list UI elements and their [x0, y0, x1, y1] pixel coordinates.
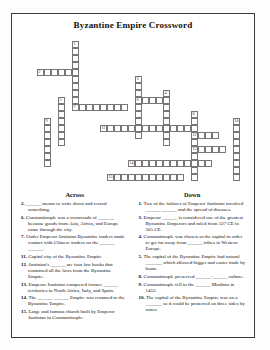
grid-cell[interactable]: [233, 153, 240, 160]
empty-cell: [142, 69, 149, 76]
empty-cell: [79, 83, 86, 90]
empty-cell: [100, 174, 107, 181]
grid-cell[interactable]: 12: [191, 132, 198, 139]
empty-cell: [142, 41, 149, 48]
empty-cell: [212, 160, 219, 167]
empty-cell: [79, 97, 86, 104]
empty-cell: [30, 41, 37, 48]
empty-cell: [121, 132, 128, 139]
empty-cell: [156, 62, 163, 69]
grid-cell[interactable]: [72, 55, 79, 62]
grid-cell[interactable]: 9: [44, 118, 51, 125]
empty-cell: [233, 90, 240, 97]
empty-cell: [30, 146, 37, 153]
empty-cell: [212, 62, 219, 69]
empty-cell: [191, 83, 198, 90]
empty-cell: [65, 41, 72, 48]
empty-cell: [198, 41, 205, 48]
clue-number: 6: [137, 98, 139, 102]
empty-cell: [107, 146, 114, 153]
grid-cell[interactable]: [156, 174, 163, 181]
empty-cell: [184, 146, 191, 153]
empty-cell: [114, 76, 121, 83]
empty-cell: [93, 111, 100, 118]
empty-cell: [51, 97, 58, 104]
empty-cell: [156, 48, 163, 55]
empty-cell: [226, 76, 233, 83]
grid-cell[interactable]: [135, 132, 142, 139]
grid-cell[interactable]: [198, 146, 205, 153]
grid-cell[interactable]: [72, 97, 79, 104]
empty-cell: [135, 62, 142, 69]
empty-cell: [114, 69, 121, 76]
grid-cell[interactable]: [170, 160, 177, 167]
grid-cell[interactable]: [233, 174, 240, 181]
across-header: Across: [21, 191, 129, 198]
grid-cell[interactable]: [170, 125, 177, 132]
grid-cell[interactable]: [170, 174, 177, 181]
grid-cell[interactable]: [65, 69, 72, 76]
empty-cell: [156, 132, 163, 139]
empty-cell: [177, 139, 184, 146]
empty-cell: [65, 167, 72, 174]
empty-cell: [170, 69, 177, 76]
empty-cell: [86, 111, 93, 118]
grid-cell[interactable]: [205, 146, 212, 153]
grid-cell[interactable]: [142, 174, 149, 181]
grid-cell[interactable]: [72, 69, 79, 76]
clue-number: 5: [60, 98, 62, 102]
clue-item-text: Under Emperor Justinian Byzantine trader…: [26, 234, 125, 251]
empty-cell: [79, 55, 86, 62]
grid-cell[interactable]: 6: [135, 97, 142, 104]
grid-cell[interactable]: 5: [58, 97, 65, 104]
empty-cell: [226, 146, 233, 153]
grid-cell[interactable]: [135, 104, 142, 111]
grid-cell[interactable]: [163, 104, 170, 111]
empty-cell: [135, 69, 142, 76]
empty-cell: [121, 62, 128, 69]
grid-cell[interactable]: [142, 97, 149, 104]
grid-cell[interactable]: [191, 139, 198, 146]
empty-cell: [170, 97, 177, 104]
empty-cell: [44, 83, 51, 90]
grid-cell[interactable]: [135, 83, 142, 90]
empty-cell: [86, 69, 93, 76]
grid-cell[interactable]: 15: [107, 174, 114, 181]
grid-cell[interactable]: [177, 174, 184, 181]
empty-cell: [79, 153, 86, 160]
empty-cell: [156, 118, 163, 125]
grid-cell[interactable]: [44, 160, 51, 167]
empty-cell: [226, 160, 233, 167]
clue-number: 7: [74, 105, 76, 109]
grid-cell[interactable]: [114, 174, 121, 181]
grid-cell[interactable]: [163, 111, 170, 118]
empty-cell: [37, 111, 44, 118]
empty-cell: [58, 41, 65, 48]
empty-cell: [177, 76, 184, 83]
empty-cell: [212, 90, 219, 97]
empty-cell: [128, 62, 135, 69]
grid-cell[interactable]: [142, 160, 149, 167]
empty-cell: [65, 62, 72, 69]
grid-cell[interactable]: [191, 125, 198, 132]
grid-cell[interactable]: [191, 153, 198, 160]
grid-cell[interactable]: [135, 125, 142, 132]
empty-cell: [58, 174, 65, 181]
grid-cell[interactable]: [72, 76, 79, 83]
grid-cell[interactable]: [163, 97, 170, 104]
clue-number: 15: [109, 175, 113, 179]
empty-cell: [205, 55, 212, 62]
empty-cell: [177, 41, 184, 48]
grid-cell[interactable]: [233, 132, 240, 139]
empty-cell: [79, 90, 86, 97]
grid-cell[interactable]: [135, 90, 142, 97]
empty-cell: [114, 139, 121, 146]
grid-cell[interactable]: [107, 125, 114, 132]
empty-cell: [72, 160, 79, 167]
empty-cell: [205, 125, 212, 132]
empty-cell: [205, 97, 212, 104]
empty-cell: [163, 83, 170, 90]
grid-cell[interactable]: [58, 111, 65, 118]
empty-cell: [170, 167, 177, 174]
empty-cell: [219, 48, 226, 55]
grid-cell[interactable]: [149, 174, 156, 181]
grid-cell[interactable]: [156, 160, 163, 167]
grid-cell[interactable]: [121, 104, 128, 111]
empty-cell: [233, 104, 240, 111]
empty-cell: [107, 97, 114, 104]
empty-cell: [198, 69, 205, 76]
grid-cell[interactable]: [184, 125, 191, 132]
empty-cell: [142, 153, 149, 160]
empty-cell: [100, 167, 107, 174]
empty-cell: [100, 90, 107, 97]
clue-item-number: 15.: [21, 309, 29, 314]
grid-cell[interactable]: 2: [37, 69, 44, 76]
clue-number: 10: [235, 119, 239, 123]
empty-cell: [156, 55, 163, 62]
empty-cell: [149, 104, 156, 111]
empty-cell: [37, 153, 44, 160]
down-header: Down: [139, 191, 247, 198]
grid-cell[interactable]: [233, 125, 240, 132]
grid-cell[interactable]: [114, 104, 121, 111]
empty-cell: [65, 160, 72, 167]
grid-cell[interactable]: [135, 118, 142, 125]
empty-cell: [93, 167, 100, 174]
empty-cell: [93, 41, 100, 48]
grid-cell[interactable]: [163, 118, 170, 125]
grid-cell[interactable]: [58, 104, 65, 111]
grid-cell[interactable]: [121, 174, 128, 181]
grid-cell[interactable]: [149, 97, 156, 104]
empty-cell: [184, 48, 191, 55]
empty-cell: [37, 62, 44, 69]
empty-cell: [51, 139, 58, 146]
empty-cell: [212, 125, 219, 132]
grid-cell[interactable]: [191, 174, 198, 181]
grid-cell[interactable]: [135, 160, 142, 167]
grid-cell[interactable]: [142, 125, 149, 132]
grid-cell[interactable]: [163, 132, 170, 139]
grid-cell[interactable]: [198, 160, 205, 167]
empty-cell: [226, 167, 233, 174]
grid-cell[interactable]: [44, 153, 51, 160]
empty-cell: [163, 76, 170, 83]
empty-cell: [184, 174, 191, 181]
empty-cell: [121, 160, 128, 167]
grid-cell[interactable]: [58, 69, 65, 76]
down-list: 1. Two of the failures of Emperor Justin…: [139, 201, 247, 313]
empty-cell: [100, 146, 107, 153]
empty-cell: [149, 62, 156, 69]
grid-cell[interactable]: [44, 139, 51, 146]
clue-number: 8: [193, 112, 195, 116]
empty-cell: [93, 139, 100, 146]
empty-cell: [226, 48, 233, 55]
empty-cell: [79, 62, 86, 69]
empty-cell: [184, 167, 191, 174]
clue-number: 3: [137, 77, 139, 81]
grid-cell[interactable]: [212, 146, 219, 153]
grid-cell[interactable]: [177, 160, 184, 167]
grid-cell[interactable]: [198, 132, 205, 139]
grid-cell[interactable]: [233, 139, 240, 146]
empty-cell: [114, 160, 121, 167]
empty-cell: [170, 90, 177, 97]
grid-cell[interactable]: [72, 48, 79, 55]
empty-cell: [149, 76, 156, 83]
empty-cell: [198, 111, 205, 118]
empty-cell: [184, 153, 191, 160]
grid-cell[interactable]: [107, 104, 114, 111]
empty-cell: [44, 76, 51, 83]
empty-cell: [37, 167, 44, 174]
empty-cell: [37, 174, 44, 181]
empty-cell: [170, 55, 177, 62]
empty-cell: [114, 62, 121, 69]
empty-cell: [219, 69, 226, 76]
grid-cell[interactable]: [149, 160, 156, 167]
grid-cell[interactable]: [163, 139, 170, 146]
empty-cell: [142, 55, 149, 62]
empty-cell: [142, 48, 149, 55]
grid-cell[interactable]: [44, 146, 51, 153]
empty-cell: [79, 41, 86, 48]
empty-cell: [149, 48, 156, 55]
empty-cell: [142, 118, 149, 125]
empty-cell: [184, 139, 191, 146]
empty-cell: [177, 111, 184, 118]
grid-cell[interactable]: [191, 118, 198, 125]
grid-cell[interactable]: [135, 174, 142, 181]
empty-cell: [37, 55, 44, 62]
empty-cell: [37, 41, 44, 48]
empty-cell: [219, 90, 226, 97]
empty-cell: [93, 90, 100, 97]
empty-cell: [184, 104, 191, 111]
grid-cell[interactable]: [58, 139, 65, 146]
empty-cell: [86, 41, 93, 48]
grid-cell[interactable]: [58, 132, 65, 139]
grid-cell[interactable]: [58, 125, 65, 132]
empty-cell: [128, 132, 135, 139]
grid-cell[interactable]: 3: [135, 76, 142, 83]
grid-cell[interactable]: 11: [100, 125, 107, 132]
empty-cell: [51, 111, 58, 118]
grid-cell[interactable]: [72, 83, 79, 90]
empty-cell: [226, 125, 233, 132]
empty-cell: [205, 69, 212, 76]
empty-cell: [100, 76, 107, 83]
empty-cell: [51, 48, 58, 55]
grid-cell[interactable]: [177, 125, 184, 132]
empty-cell: [177, 62, 184, 69]
grid-cell[interactable]: 10: [233, 118, 240, 125]
grid-cell[interactable]: [51, 69, 58, 76]
empty-cell: [114, 48, 121, 55]
grid-cell[interactable]: 7: [72, 104, 79, 111]
grid-cell[interactable]: [191, 167, 198, 174]
empty-cell: [121, 90, 128, 97]
clue-item-text: The capital of the Byzantine Empire was …: [146, 295, 245, 312]
grid-cell[interactable]: [72, 90, 79, 97]
empty-cell: [212, 41, 219, 48]
clue-item-text: Constantinople preserved ______-______ c…: [144, 274, 244, 279]
empty-cell: [79, 125, 86, 132]
empty-cell: [184, 55, 191, 62]
grid-cell[interactable]: [100, 104, 107, 111]
empty-cell: [163, 55, 170, 62]
grid-cell[interactable]: [163, 125, 170, 132]
empty-cell: [135, 139, 142, 146]
empty-cell: [219, 55, 226, 62]
empty-cell: [177, 55, 184, 62]
grid-cell[interactable]: [121, 125, 128, 132]
empty-cell: [212, 167, 219, 174]
empty-cell: [198, 97, 205, 104]
grid-cell[interactable]: [163, 160, 170, 167]
grid-cell[interactable]: [219, 146, 226, 153]
empty-cell: [226, 55, 233, 62]
grid-cell[interactable]: [191, 160, 198, 167]
empty-cell: [163, 167, 170, 174]
empty-cell: [72, 125, 79, 132]
empty-cell: [219, 83, 226, 90]
empty-cell: [37, 48, 44, 55]
empty-cell: [107, 160, 114, 167]
empty-cell: [65, 132, 72, 139]
empty-cell: [107, 69, 114, 76]
empty-cell: [128, 111, 135, 118]
empty-cell: [86, 160, 93, 167]
empty-cell: [37, 146, 44, 153]
grid-cell[interactable]: [114, 125, 121, 132]
empty-cell: [86, 132, 93, 139]
grid-cell[interactable]: 1: [72, 41, 79, 48]
grid-cell[interactable]: 8: [191, 111, 198, 118]
empty-cell: [51, 118, 58, 125]
empty-cell: [58, 153, 65, 160]
grid-cell[interactable]: [128, 174, 135, 181]
grid-cell[interactable]: [128, 125, 135, 132]
grid-cell[interactable]: [79, 104, 86, 111]
clue-item-text: The capital of the Byzantine Empire had …: [144, 254, 246, 271]
grid-cell[interactable]: [135, 111, 142, 118]
empty-cell: [177, 48, 184, 55]
grid-cell[interactable]: [212, 132, 219, 139]
empty-cell: [156, 83, 163, 90]
empty-cell: [100, 132, 107, 139]
empty-cell: [156, 111, 163, 118]
empty-cell: [37, 97, 44, 104]
clue-item-text: Two of the failures of Emperor Justinian…: [144, 201, 244, 212]
grid-cell[interactable]: [149, 125, 156, 132]
grid-cell[interactable]: [156, 97, 163, 104]
grid-cell[interactable]: [44, 69, 51, 76]
empty-cell: [149, 111, 156, 118]
grid-cell[interactable]: 14: [128, 160, 135, 167]
grid-cell[interactable]: [184, 160, 191, 167]
grid-cell[interactable]: [233, 146, 240, 153]
empty-cell: [107, 76, 114, 83]
grid-cell[interactable]: [205, 132, 212, 139]
empty-cell: [198, 125, 205, 132]
grid-cell[interactable]: [93, 104, 100, 111]
clue-item-number: 10.: [139, 295, 147, 300]
grid-cell[interactable]: [86, 104, 93, 111]
clue-number: 1: [74, 42, 76, 46]
grid-cell[interactable]: [58, 118, 65, 125]
empty-cell: [100, 55, 107, 62]
empty-cell: [65, 118, 72, 125]
empty-cell: [128, 153, 135, 160]
empty-cell: [233, 111, 240, 118]
empty-cell: [93, 83, 100, 90]
empty-cell: [142, 62, 149, 69]
empty-cell: [107, 132, 114, 139]
grid-cell[interactable]: [233, 160, 240, 167]
grid-cell[interactable]: [233, 167, 240, 174]
empty-cell: [107, 55, 114, 62]
empty-cell: [156, 167, 163, 174]
empty-cell: [233, 62, 240, 69]
grid-cell[interactable]: [72, 62, 79, 69]
empty-cell: [205, 174, 212, 181]
empty-cell: [219, 125, 226, 132]
empty-cell: [156, 69, 163, 76]
grid-cell[interactable]: [163, 174, 170, 181]
grid-cell[interactable]: [44, 132, 51, 139]
empty-cell: [205, 111, 212, 118]
empty-cell: [135, 41, 142, 48]
empty-cell: [51, 167, 58, 174]
empty-cell: [205, 139, 212, 146]
grid-cell[interactable]: [205, 160, 212, 167]
grid-cell[interactable]: 4: [163, 90, 170, 97]
empty-cell: [121, 97, 128, 104]
grid-cell[interactable]: [156, 125, 163, 132]
empty-cell: [114, 111, 121, 118]
grid-cell[interactable]: [44, 125, 51, 132]
grid-cell[interactable]: 13: [191, 146, 198, 153]
empty-cell: [219, 167, 226, 174]
empty-cell: [128, 69, 135, 76]
